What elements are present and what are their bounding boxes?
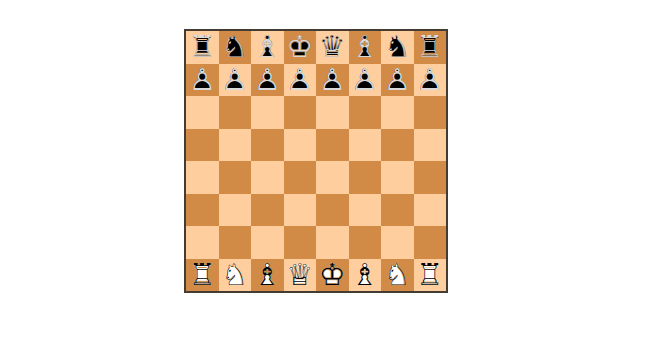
square-d4[interactable]: [284, 161, 317, 194]
piece-black-rook: ♜♖: [414, 31, 447, 64]
knight-glyph-outline: ♘: [381, 259, 414, 292]
square-g2[interactable]: [381, 226, 414, 259]
bishop-glyph-outline: ♗: [251, 259, 284, 292]
knight-glyph-outline: ♘: [381, 31, 414, 64]
square-f1[interactable]: ♝♗: [349, 259, 382, 292]
bishop-glyph-fill: ♝: [251, 31, 284, 64]
square-b3[interactable]: [219, 194, 252, 227]
pawn-glyph-fill: ♟: [414, 64, 447, 97]
piece-black-pawn: ♟♙: [414, 64, 447, 97]
piece-white-knight: ♞♘: [219, 259, 252, 292]
king-glyph-outline: ♔: [316, 259, 349, 292]
square-e5[interactable]: [316, 129, 349, 162]
bishop-glyph-fill: ♝: [349, 259, 382, 292]
square-c2[interactable]: [251, 226, 284, 259]
square-a3[interactable]: [186, 194, 219, 227]
piece-black-pawn: ♟♙: [381, 64, 414, 97]
bishop-glyph-outline: ♗: [349, 259, 382, 292]
square-g6[interactable]: [381, 96, 414, 129]
pawn-glyph-outline: ♙: [316, 64, 349, 97]
knight-glyph-fill: ♞: [381, 259, 414, 292]
queen-glyph-outline: ♕: [316, 31, 349, 64]
square-d5[interactable]: [284, 129, 317, 162]
square-g5[interactable]: [381, 129, 414, 162]
pawn-glyph-fill: ♟: [284, 64, 317, 97]
square-d6[interactable]: [284, 96, 317, 129]
pawn-glyph-fill: ♟: [219, 64, 252, 97]
piece-black-queen: ♛♕: [316, 31, 349, 64]
piece-black-bishop: ♝♗: [349, 31, 382, 64]
king-glyph-outline: ♔: [284, 31, 317, 64]
piece-white-bishop: ♝♗: [349, 259, 382, 292]
piece-black-pawn: ♟♙: [316, 64, 349, 97]
square-a2[interactable]: [186, 226, 219, 259]
knight-glyph-outline: ♘: [219, 31, 252, 64]
rook-glyph-fill: ♜: [414, 259, 447, 292]
piece-white-queen: ♛♕: [284, 259, 317, 292]
piece-white-bishop: ♝♗: [251, 259, 284, 292]
queen-glyph-fill: ♛: [316, 31, 349, 64]
square-h7[interactable]: ♟♙: [414, 64, 447, 97]
piece-black-pawn: ♟♙: [186, 64, 219, 97]
piece-black-bishop: ♝♗: [251, 31, 284, 64]
pawn-glyph-outline: ♙: [186, 64, 219, 97]
pawn-glyph-fill: ♟: [316, 64, 349, 97]
rook-glyph-fill: ♜: [186, 31, 219, 64]
rook-glyph-outline: ♖: [186, 259, 219, 292]
rook-glyph-outline: ♖: [186, 31, 219, 64]
square-g1[interactable]: ♞♘: [381, 259, 414, 292]
pawn-glyph-outline: ♙: [414, 64, 447, 97]
pawn-glyph-fill: ♟: [381, 64, 414, 97]
piece-black-pawn: ♟♙: [219, 64, 252, 97]
square-g4[interactable]: [381, 161, 414, 194]
rook-glyph-fill: ♜: [414, 31, 447, 64]
square-b4[interactable]: [219, 161, 252, 194]
square-h1[interactable]: ♜♖: [414, 259, 447, 292]
square-e8[interactable]: ♛♕: [316, 31, 349, 64]
square-a1[interactable]: ♜♖: [186, 259, 219, 292]
king-glyph-fill: ♚: [284, 31, 317, 64]
square-g8[interactable]: ♞♘: [381, 31, 414, 64]
square-d8[interactable]: ♚♔: [284, 31, 317, 64]
queen-glyph-outline: ♕: [284, 259, 317, 292]
square-e4[interactable]: [316, 161, 349, 194]
pawn-glyph-fill: ♟: [186, 64, 219, 97]
square-e3[interactable]: [316, 194, 349, 227]
knight-glyph-fill: ♞: [219, 259, 252, 292]
piece-white-knight: ♞♘: [381, 259, 414, 292]
piece-black-rook: ♜♖: [186, 31, 219, 64]
square-a4[interactable]: [186, 161, 219, 194]
square-f6[interactable]: [349, 96, 382, 129]
knight-glyph-outline: ♘: [219, 259, 252, 292]
square-e1[interactable]: ♚♔: [316, 259, 349, 292]
bishop-glyph-fill: ♝: [349, 31, 382, 64]
square-h2[interactable]: [414, 226, 447, 259]
bishop-glyph-outline: ♗: [349, 31, 382, 64]
square-h6[interactable]: [414, 96, 447, 129]
pawn-glyph-outline: ♙: [381, 64, 414, 97]
queen-glyph-fill: ♛: [284, 259, 317, 292]
square-c4[interactable]: [251, 161, 284, 194]
square-e7[interactable]: ♟♙: [316, 64, 349, 97]
rook-glyph-fill: ♜: [186, 259, 219, 292]
square-d3[interactable]: [284, 194, 317, 227]
square-b8[interactable]: ♞♘: [219, 31, 252, 64]
square-h3[interactable]: [414, 194, 447, 227]
square-b2[interactable]: [219, 226, 252, 259]
square-f7[interactable]: ♟♙: [349, 64, 382, 97]
rook-glyph-outline: ♖: [414, 259, 447, 292]
square-a6[interactable]: [186, 96, 219, 129]
pawn-glyph-outline: ♙: [349, 64, 382, 97]
pawn-glyph-fill: ♟: [251, 64, 284, 97]
square-f8[interactable]: ♝♗: [349, 31, 382, 64]
square-f3[interactable]: [349, 194, 382, 227]
square-f2[interactable]: [349, 226, 382, 259]
square-a7[interactable]: ♟♙: [186, 64, 219, 97]
square-h5[interactable]: [414, 129, 447, 162]
square-g3[interactable]: [381, 194, 414, 227]
chess-diagram: ♜♖♞♘♝♗♚♔♛♕♝♗♞♘♜♖♟♙♟♙♟♙♟♙♟♙♟♙♟♙♟♙♜♖♞♘♝♗♛♕…: [0, 0, 659, 353]
square-f4[interactable]: [349, 161, 382, 194]
square-b6[interactable]: [219, 96, 252, 129]
pawn-glyph-outline: ♙: [284, 64, 317, 97]
square-g7[interactable]: ♟♙: [381, 64, 414, 97]
square-d1[interactable]: ♛♕: [284, 259, 317, 292]
piece-white-rook: ♜♖: [414, 259, 447, 292]
piece-white-king: ♚♔: [316, 259, 349, 292]
square-c3[interactable]: [251, 194, 284, 227]
piece-black-pawn: ♟♙: [349, 64, 382, 97]
bishop-glyph-fill: ♝: [251, 259, 284, 292]
rook-glyph-outline: ♖: [414, 31, 447, 64]
square-b7[interactable]: ♟♙: [219, 64, 252, 97]
knight-glyph-fill: ♞: [219, 31, 252, 64]
bishop-glyph-outline: ♗: [251, 31, 284, 64]
square-h8[interactable]: ♜♖: [414, 31, 447, 64]
piece-black-pawn: ♟♙: [284, 64, 317, 97]
chess-board: ♜♖♞♘♝♗♚♔♛♕♝♗♞♘♜♖♟♙♟♙♟♙♟♙♟♙♟♙♟♙♟♙♜♖♞♘♝♗♛♕…: [184, 29, 448, 293]
square-b1[interactable]: ♞♘: [219, 259, 252, 292]
square-h4[interactable]: [414, 161, 447, 194]
pawn-glyph-outline: ♙: [251, 64, 284, 97]
square-e6[interactable]: [316, 96, 349, 129]
square-c8[interactable]: ♝♗: [251, 31, 284, 64]
square-c5[interactable]: [251, 129, 284, 162]
king-glyph-fill: ♚: [316, 259, 349, 292]
square-c1[interactable]: ♝♗: [251, 259, 284, 292]
knight-glyph-fill: ♞: [381, 31, 414, 64]
piece-white-rook: ♜♖: [186, 259, 219, 292]
square-a5[interactable]: [186, 129, 219, 162]
square-c6[interactable]: [251, 96, 284, 129]
square-b5[interactable]: [219, 129, 252, 162]
piece-black-pawn: ♟♙: [251, 64, 284, 97]
square-f5[interactable]: [349, 129, 382, 162]
pawn-glyph-fill: ♟: [349, 64, 382, 97]
pawn-glyph-outline: ♙: [219, 64, 252, 97]
piece-black-king: ♚♔: [284, 31, 317, 64]
piece-black-knight: ♞♘: [219, 31, 252, 64]
square-e2[interactable]: [316, 226, 349, 259]
square-d7[interactable]: ♟♙: [284, 64, 317, 97]
square-a8[interactable]: ♜♖: [186, 31, 219, 64]
piece-black-knight: ♞♘: [381, 31, 414, 64]
square-c7[interactable]: ♟♙: [251, 64, 284, 97]
square-d2[interactable]: [284, 226, 317, 259]
